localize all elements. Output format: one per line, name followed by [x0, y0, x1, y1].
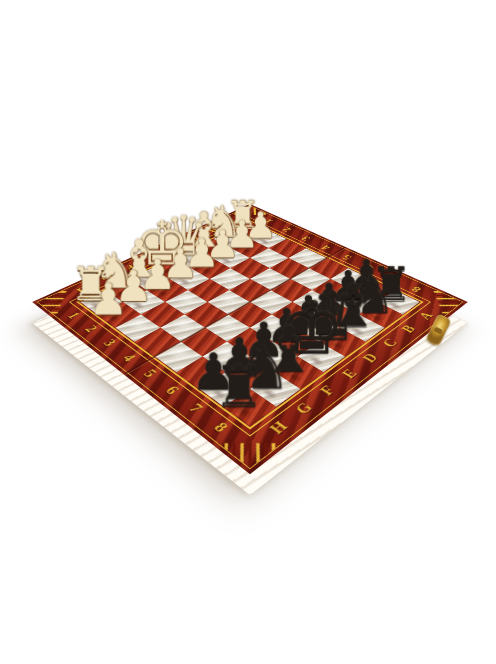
- coordinate-label: 5: [340, 253, 355, 261]
- board-border: 12345678 12345678 ABCDEFGH ABCDEFGH ♜♟♟♜…: [32, 204, 468, 474]
- coordinate-label: H: [74, 284, 93, 295]
- coordinate-label: A: [223, 217, 239, 225]
- coordinate-label: F: [123, 263, 139, 272]
- piece-shadow: [344, 323, 371, 339]
- piece-shadow: [195, 265, 217, 277]
- chess-board-scene: 12345678 12345678 ABCDEFGH ABCDEFGH ♜♟♟♜…: [0, 0, 496, 664]
- chess-board: 12345678 12345678 ABCDEFGH ABCDEFGH ♜♟♟♜…: [32, 204, 468, 474]
- coordinate-label: G: [292, 400, 317, 418]
- coordinate-label: 3: [299, 235, 313, 242]
- coordinate-label: 4: [319, 244, 334, 252]
- coordinate-label: B: [205, 226, 221, 234]
- piece-shadow: [150, 286, 173, 299]
- coordinate-label: C: [185, 234, 202, 242]
- coordinate-label: 2: [280, 226, 294, 233]
- coordinate-label: E: [144, 253, 161, 262]
- coordinate-label: 6: [362, 263, 377, 271]
- coordinate-label: 7: [385, 274, 400, 283]
- chess-set-photo: 12345678 12345678 ABCDEFGH ABCDEFGH ♜♟♟♜…: [0, 0, 496, 664]
- coordinate-label: 8: [409, 285, 424, 294]
